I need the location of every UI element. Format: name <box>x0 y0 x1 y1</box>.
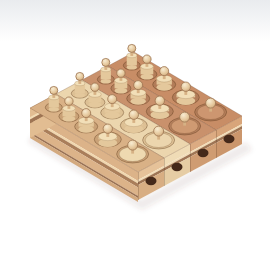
finger-notch <box>198 149 209 157</box>
cylinder-knob <box>128 140 138 150</box>
cylinder-knob <box>181 82 190 91</box>
cylinder-body-base <box>89 102 102 108</box>
cylinder-body-base <box>63 116 76 122</box>
cylinder-body-base <box>131 98 146 105</box>
cylinder-knob <box>65 97 73 105</box>
cylinder-knob <box>128 44 136 52</box>
cylinder-blocks-scene <box>0 0 270 270</box>
cylinder-knob <box>129 110 138 119</box>
cylinder-body-base <box>101 79 111 84</box>
product-photo: Montessori knobbed cylinder socket block… <box>0 0 270 270</box>
cylinder-body-base <box>79 126 94 133</box>
cylinder-knob <box>50 86 58 94</box>
cylinder-knob <box>117 69 125 77</box>
cylinder-knob <box>154 126 164 136</box>
cylinder-knob <box>143 55 151 63</box>
cylinder-body-base <box>49 107 59 112</box>
cylinder-knob <box>76 72 84 80</box>
cylinder-knob <box>206 98 216 108</box>
cylinder-knob <box>180 112 190 122</box>
cylinder-knob <box>91 83 99 91</box>
cylinder-knob <box>134 81 143 90</box>
finger-notch <box>172 163 183 171</box>
cylinder-knob <box>108 95 117 104</box>
cylinder-knob <box>160 67 169 76</box>
cylinder-body-base <box>157 84 172 91</box>
cylinder-body-base <box>105 112 120 119</box>
cylinder-body-base <box>127 65 137 70</box>
cylinder-knob <box>82 109 91 118</box>
cylinder-body-base <box>141 74 154 80</box>
cylinder-knob <box>102 58 110 66</box>
cylinder-body-base <box>75 93 85 98</box>
finger-notch <box>224 135 235 143</box>
cylinder-knob <box>155 96 164 105</box>
cylinder-knob <box>103 124 112 133</box>
cylinder-body-base <box>115 88 128 94</box>
finger-notch <box>146 177 157 185</box>
